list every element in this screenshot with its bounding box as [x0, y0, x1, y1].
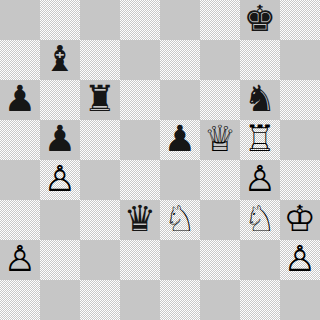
piece-white-queen-f5[interactable]: ♕	[204, 120, 236, 159]
square-b4[interactable]: ♙	[40, 160, 80, 200]
square-d1[interactable]	[120, 280, 160, 320]
piece-white-pawn-a2[interactable]: ♙	[4, 240, 36, 279]
piece-white-king-h3[interactable]: ♔	[284, 200, 316, 239]
piece-black-king-g8[interactable]: ♚	[244, 0, 276, 39]
square-d3[interactable]: ♛	[120, 200, 160, 240]
square-b7[interactable]: ♝	[40, 40, 80, 80]
square-e5[interactable]: ♟	[160, 120, 200, 160]
piece-black-bishop-b7[interactable]: ♝	[44, 40, 76, 79]
square-e7[interactable]	[160, 40, 200, 80]
square-h5[interactable]	[280, 120, 320, 160]
piece-white-pawn-b4[interactable]: ♙	[44, 160, 76, 199]
square-a3[interactable]	[0, 200, 40, 240]
square-c1[interactable]	[80, 280, 120, 320]
square-f1[interactable]	[200, 280, 240, 320]
square-c7[interactable]	[80, 40, 120, 80]
square-g6[interactable]: ♞	[240, 80, 280, 120]
square-c6[interactable]: ♜	[80, 80, 120, 120]
square-f8[interactable]	[200, 0, 240, 40]
square-f4[interactable]	[200, 160, 240, 200]
square-c2[interactable]	[80, 240, 120, 280]
square-g1[interactable]	[240, 280, 280, 320]
square-e3[interactable]: ♘	[160, 200, 200, 240]
square-f3[interactable]	[200, 200, 240, 240]
square-a2[interactable]: ♙	[0, 240, 40, 280]
square-e6[interactable]	[160, 80, 200, 120]
piece-white-pawn-h2[interactable]: ♙	[284, 240, 316, 279]
square-e2[interactable]	[160, 240, 200, 280]
square-h1[interactable]	[280, 280, 320, 320]
square-h3[interactable]: ♔	[280, 200, 320, 240]
square-h8[interactable]	[280, 0, 320, 40]
square-d5[interactable]	[120, 120, 160, 160]
square-h6[interactable]	[280, 80, 320, 120]
square-f5[interactable]: ♕	[200, 120, 240, 160]
square-g2[interactable]	[240, 240, 280, 280]
square-e1[interactable]	[160, 280, 200, 320]
piece-black-rook-c6[interactable]: ♜	[84, 80, 116, 119]
piece-black-queen-d3[interactable]: ♛	[124, 200, 156, 239]
piece-black-knight-g6[interactable]: ♞	[244, 80, 276, 119]
square-g8[interactable]: ♚	[240, 0, 280, 40]
square-d7[interactable]	[120, 40, 160, 80]
square-a8[interactable]	[0, 0, 40, 40]
piece-white-pawn-g4[interactable]: ♙	[244, 160, 276, 199]
square-b2[interactable]	[40, 240, 80, 280]
square-d2[interactable]	[120, 240, 160, 280]
square-f2[interactable]	[200, 240, 240, 280]
square-b8[interactable]	[40, 0, 80, 40]
square-e4[interactable]	[160, 160, 200, 200]
piece-white-rook-g5[interactable]: ♖	[244, 120, 276, 159]
square-g4[interactable]: ♙	[240, 160, 280, 200]
square-h7[interactable]	[280, 40, 320, 80]
square-c4[interactable]	[80, 160, 120, 200]
square-d6[interactable]	[120, 80, 160, 120]
square-b6[interactable]	[40, 80, 80, 120]
square-d4[interactable]	[120, 160, 160, 200]
piece-black-pawn-e5[interactable]: ♟	[164, 120, 196, 159]
square-h4[interactable]	[280, 160, 320, 200]
square-f7[interactable]	[200, 40, 240, 80]
piece-black-pawn-b5[interactable]: ♟	[44, 120, 76, 159]
square-c5[interactable]	[80, 120, 120, 160]
piece-white-knight-g3[interactable]: ♘	[244, 200, 276, 239]
piece-white-knight-e3[interactable]: ♘	[164, 200, 196, 239]
square-a4[interactable]	[0, 160, 40, 200]
square-c3[interactable]	[80, 200, 120, 240]
piece-black-pawn-a6[interactable]: ♟	[4, 80, 36, 119]
square-b3[interactable]	[40, 200, 80, 240]
square-d8[interactable]	[120, 0, 160, 40]
square-g5[interactable]: ♖	[240, 120, 280, 160]
square-a7[interactable]	[0, 40, 40, 80]
square-a1[interactable]	[0, 280, 40, 320]
square-a6[interactable]: ♟	[0, 80, 40, 120]
square-h2[interactable]: ♙	[280, 240, 320, 280]
square-c8[interactable]	[80, 0, 120, 40]
square-a5[interactable]	[0, 120, 40, 160]
square-g3[interactable]: ♘	[240, 200, 280, 240]
square-g7[interactable]	[240, 40, 280, 80]
square-b5[interactable]: ♟	[40, 120, 80, 160]
square-e8[interactable]	[160, 0, 200, 40]
chess-board: ♚♝♟♜♞♟♟♕♖♙♙♛♘♘♔♙♙	[0, 0, 320, 320]
square-f6[interactable]	[200, 80, 240, 120]
square-b1[interactable]	[40, 280, 80, 320]
